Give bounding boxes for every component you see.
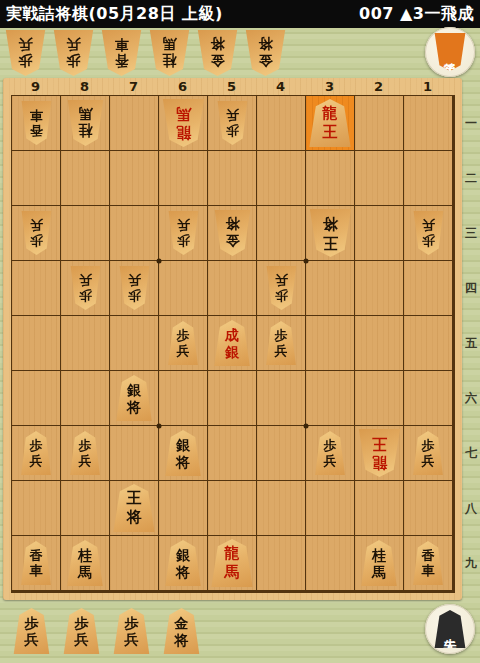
square-1六[interactable] — [404, 371, 452, 425]
piece-kanji: 将 — [259, 38, 273, 52]
square-1九[interactable]: 香車 — [404, 536, 452, 590]
piece-kanji: 歩 — [177, 234, 190, 247]
square-6二[interactable] — [159, 151, 207, 205]
gote-piece-K: 王将 — [309, 209, 352, 257]
piece-kanji: 銀 — [176, 548, 190, 562]
piece-kanji: 歩 — [422, 234, 435, 247]
piece-kanji: 成 — [225, 328, 239, 342]
square-3一[interactable]: 龍王 — [306, 96, 354, 150]
sente-piece-N: 桂馬 — [67, 540, 104, 586]
piece-kanji: 香 — [30, 124, 43, 137]
piece-kanji: 金 — [211, 55, 225, 69]
rank-labels: 一二三四五六七八九 — [462, 96, 480, 591]
square-5七[interactable] — [208, 426, 256, 480]
square-9八[interactable] — [12, 481, 60, 535]
piece-kanji: 龍 — [372, 455, 387, 470]
square-3五[interactable] — [306, 316, 354, 370]
rank-label-九: 九 — [462, 536, 480, 591]
file-label-8: 8 — [60, 78, 109, 95]
square-2五[interactable] — [355, 316, 403, 370]
piece-kanji: 将 — [176, 455, 190, 469]
square-7三[interactable] — [110, 206, 158, 260]
piece-kanji: 香 — [30, 549, 43, 562]
square-3四[interactable] — [306, 261, 354, 315]
piece-kanji: 歩 — [79, 439, 92, 452]
square-8三[interactable] — [61, 206, 109, 260]
square-6三[interactable]: 歩兵 — [159, 206, 207, 260]
piece-kanji: 兵 — [128, 274, 141, 287]
sente-piece-S: 銀将 — [165, 430, 202, 476]
sente-piece-P: 歩兵 — [315, 431, 346, 475]
piece-kanji: 車 — [422, 564, 435, 577]
piece-kanji: 兵 — [177, 219, 190, 232]
square-3六[interactable] — [306, 371, 354, 425]
piece-kanji: 将 — [225, 218, 239, 232]
square-9四[interactable] — [12, 261, 60, 315]
square-4一[interactable] — [257, 96, 305, 150]
piece-kanji: 兵 — [75, 632, 89, 646]
piece-kanji: 歩 — [25, 616, 39, 630]
piece-kanji: 兵 — [177, 344, 190, 357]
square-3七[interactable]: 歩兵 — [306, 426, 354, 480]
piece-kanji: 歩 — [30, 439, 43, 452]
sente-piece-promoted-B: 龍馬 — [211, 539, 254, 587]
file-label-2: 2 — [354, 78, 403, 95]
board-grid: 香車桂馬龍馬歩兵龍王歩兵歩兵金将王将歩兵歩兵歩兵歩兵歩兵成銀歩兵銀将歩兵歩兵銀将… — [11, 95, 455, 593]
piece-kanji: 金 — [175, 616, 189, 630]
piece-kanji: 兵 — [30, 219, 43, 232]
gote-piece-promoted-B: 龍馬 — [162, 99, 205, 147]
square-8二[interactable] — [61, 151, 109, 205]
gote-piece-P: 歩兵 — [217, 101, 248, 145]
hoshi-dot — [304, 259, 309, 264]
piece-kanji: 王 — [323, 235, 338, 250]
piece-kanji: 桂 — [78, 125, 92, 139]
gote-piece-P: 歩兵 — [413, 211, 444, 255]
square-4五[interactable]: 歩兵 — [257, 316, 305, 370]
file-label-1: 1 — [403, 78, 452, 95]
piece-kanji: 金 — [259, 55, 273, 69]
piece-kanji: 歩 — [125, 616, 139, 630]
square-6六[interactable] — [159, 371, 207, 425]
square-1五[interactable] — [404, 316, 452, 370]
hoshi-dot — [157, 424, 162, 429]
piece-kanji: 将 — [127, 510, 142, 525]
sente-piece-promoted-S: 成銀 — [214, 320, 251, 366]
square-5八[interactable] — [208, 481, 256, 535]
gote-piece-G: 金将 — [214, 210, 251, 256]
file-label-4: 4 — [256, 78, 305, 95]
gote-hand-pieces: 歩兵歩兵香車桂馬金将金将 — [5, 30, 286, 76]
square-2三[interactable] — [355, 206, 403, 260]
piece-kanji: 将 — [175, 633, 189, 647]
file-label-6: 6 — [158, 78, 207, 95]
piece-kanji: 王 — [127, 491, 142, 506]
square-4七[interactable] — [257, 426, 305, 480]
piece-kanji: 歩 — [275, 289, 288, 302]
square-5二[interactable] — [208, 151, 256, 205]
square-9七[interactable]: 歩兵 — [12, 426, 60, 480]
piece-kanji: 歩 — [422, 439, 435, 452]
piece-kanji: 馬 — [176, 106, 191, 121]
sente-hand-pieces: 歩兵歩兵歩兵金将 — [13, 608, 200, 654]
piece-kanji: 歩 — [128, 289, 141, 302]
piece-kanji: 兵 — [324, 454, 337, 467]
gote-label: 後手 — [444, 51, 457, 53]
square-6四[interactable] — [159, 261, 207, 315]
gote-piece-L[interactable]: 香車 — [101, 30, 142, 76]
square-4二[interactable] — [257, 151, 305, 205]
piece-kanji: 金 — [225, 235, 239, 249]
gote-piece-G[interactable]: 金将 — [197, 30, 238, 76]
piece-kanji: 王 — [323, 125, 338, 140]
rank-label-二: 二 — [462, 151, 480, 206]
piece-kanji: 兵 — [30, 454, 43, 467]
square-7六[interactable]: 銀将 — [110, 371, 158, 425]
gote-piece-L: 香車 — [21, 101, 52, 145]
piece-kanji: 桂 — [372, 548, 386, 562]
piece-kanji: 香 — [115, 54, 129, 68]
square-7四[interactable]: 歩兵 — [110, 261, 158, 315]
gote-piece-P: 歩兵 — [119, 266, 150, 310]
piece-kanji: 兵 — [25, 632, 39, 646]
square-6九[interactable]: 銀将 — [159, 536, 207, 590]
gote-badge-piece-icon: 後手 — [434, 33, 466, 71]
piece-kanji: 馬 — [372, 565, 386, 579]
square-2四[interactable] — [355, 261, 403, 315]
piece-kanji: 将 — [323, 216, 338, 231]
square-3九[interactable] — [306, 536, 354, 590]
square-9二[interactable] — [12, 151, 60, 205]
piece-kanji: 兵 — [125, 632, 139, 646]
square-7九[interactable] — [110, 536, 158, 590]
sente-piece-P[interactable]: 歩兵 — [113, 608, 150, 654]
square-5三[interactable]: 金将 — [208, 206, 256, 260]
square-9五[interactable] — [12, 316, 60, 370]
sente-piece-L: 香車 — [21, 541, 52, 585]
sente-piece-G[interactable]: 金将 — [163, 608, 200, 654]
piece-kanji: 車 — [30, 109, 43, 122]
file-labels: 987654321 — [11, 78, 453, 95]
square-2七[interactable]: 龍王 — [355, 426, 403, 480]
square-2九[interactable]: 桂馬 — [355, 536, 403, 590]
sente-badge: 先手 — [425, 604, 475, 654]
file-label-9: 9 — [11, 78, 60, 95]
move-counter-and-last-move: 007 ▲3一飛成 — [359, 4, 474, 25]
square-8九[interactable]: 桂馬 — [61, 536, 109, 590]
square-4八[interactable] — [257, 481, 305, 535]
square-8七[interactable]: 歩兵 — [61, 426, 109, 480]
piece-kanji: 兵 — [67, 38, 81, 52]
square-2六[interactable] — [355, 371, 403, 425]
file-label-3: 3 — [305, 78, 354, 95]
square-3八[interactable] — [306, 481, 354, 535]
gote-piece-promoted-R: 龍王 — [358, 429, 401, 477]
gote-piece-P: 歩兵 — [266, 266, 297, 310]
piece-kanji: 兵 — [275, 274, 288, 287]
sente-piece-P[interactable]: 歩兵 — [63, 608, 100, 654]
piece-kanji: 王 — [372, 436, 387, 451]
piece-kanji: 龍 — [176, 125, 191, 140]
square-8五[interactable] — [61, 316, 109, 370]
gote-badge: 後手 — [425, 27, 475, 77]
piece-kanji: 歩 — [324, 439, 337, 452]
square-4四[interactable]: 歩兵 — [257, 261, 305, 315]
square-7七[interactable] — [110, 426, 158, 480]
square-6七[interactable]: 銀将 — [159, 426, 207, 480]
gote-piece-P: 歩兵 — [168, 211, 199, 255]
square-3二[interactable] — [306, 151, 354, 205]
sente-piece-promoted-R: 龍王 — [309, 99, 352, 147]
square-5五[interactable]: 成銀 — [208, 316, 256, 370]
sente-piece-P: 歩兵 — [168, 321, 199, 365]
square-7五[interactable] — [110, 316, 158, 370]
piece-kanji: 歩 — [79, 289, 92, 302]
piece-kanji: 銀 — [127, 383, 141, 397]
square-2二[interactable] — [355, 151, 403, 205]
rank-label-四: 四 — [462, 261, 480, 316]
hoshi-dot — [157, 259, 162, 264]
square-1三[interactable]: 歩兵 — [404, 206, 452, 260]
sente-piece-P: 歩兵 — [413, 431, 444, 475]
sente-piece-L: 香車 — [413, 541, 444, 585]
piece-kanji: 兵 — [79, 274, 92, 287]
gote-piece-P: 歩兵 — [70, 266, 101, 310]
app-title: 実戦詰将棋(05月28日 上級) — [6, 4, 223, 25]
hoshi-dot — [304, 424, 309, 429]
rank-label-五: 五 — [462, 316, 480, 371]
square-8八[interactable] — [61, 481, 109, 535]
piece-kanji: 銀 — [176, 438, 190, 452]
square-4三[interactable] — [257, 206, 305, 260]
piece-kanji: 兵 — [275, 344, 288, 357]
piece-kanji: 兵 — [226, 109, 239, 122]
piece-kanji: 馬 — [225, 565, 240, 580]
square-6八[interactable] — [159, 481, 207, 535]
piece-kanji: 兵 — [19, 38, 33, 52]
sente-piece-S: 銀将 — [165, 540, 202, 586]
sente-piece-P: 歩兵 — [21, 431, 52, 475]
square-1七[interactable]: 歩兵 — [404, 426, 452, 480]
piece-kanji: 歩 — [19, 54, 33, 68]
gote-piece-P[interactable]: 歩兵 — [5, 30, 46, 76]
sente-piece-S: 銀将 — [116, 375, 153, 421]
file-label-5: 5 — [207, 78, 256, 95]
piece-kanji: 桂 — [78, 548, 92, 562]
gote-piece-G[interactable]: 金将 — [245, 30, 286, 76]
square-6一[interactable]: 龍馬 — [159, 96, 207, 150]
square-8一[interactable]: 桂馬 — [61, 96, 109, 150]
sente-piece-N: 桂馬 — [361, 540, 398, 586]
sente-piece-P[interactable]: 歩兵 — [13, 608, 50, 654]
gote-piece-N: 桂馬 — [67, 100, 104, 146]
rank-label-三: 三 — [462, 206, 480, 261]
piece-kanji: 歩 — [275, 329, 288, 342]
square-2一[interactable] — [355, 96, 403, 150]
gote-piece-P: 歩兵 — [21, 211, 52, 255]
square-7一[interactable] — [110, 96, 158, 150]
piece-kanji: 馬 — [163, 38, 177, 52]
piece-kanji: 歩 — [75, 616, 89, 630]
square-5一[interactable]: 歩兵 — [208, 96, 256, 150]
square-3三[interactable]: 王将 — [306, 206, 354, 260]
sente-piece-P: 歩兵 — [70, 431, 101, 475]
rank-label-六: 六 — [462, 371, 480, 426]
square-4九[interactable] — [257, 536, 305, 590]
piece-kanji: 香 — [422, 549, 435, 562]
square-7八[interactable]: 王将 — [110, 481, 158, 535]
piece-kanji: 歩 — [226, 124, 239, 137]
piece-kanji: 歩 — [67, 54, 81, 68]
rank-label-一: 一 — [462, 96, 480, 151]
shogi-board: 987654321 香車桂馬龍馬歩兵龍王歩兵歩兵金将王将歩兵歩兵歩兵歩兵歩兵成銀… — [3, 78, 462, 600]
piece-kanji: 馬 — [78, 565, 92, 579]
sente-label: 先手 — [444, 628, 457, 630]
rank-label-七: 七 — [462, 426, 480, 481]
square-4六[interactable] — [257, 371, 305, 425]
piece-kanji: 将 — [127, 400, 141, 414]
square-5六[interactable] — [208, 371, 256, 425]
square-1四[interactable] — [404, 261, 452, 315]
square-2八[interactable] — [355, 481, 403, 535]
square-8六[interactable] — [61, 371, 109, 425]
gote-piece-P[interactable]: 歩兵 — [53, 30, 94, 76]
piece-kanji: 車 — [30, 564, 43, 577]
piece-kanji: 将 — [211, 38, 225, 52]
square-1一[interactable] — [404, 96, 452, 150]
piece-kanji: 将 — [176, 565, 190, 579]
square-9六[interactable] — [12, 371, 60, 425]
square-9九[interactable]: 香車 — [12, 536, 60, 590]
rank-label-八: 八 — [462, 481, 480, 536]
piece-kanji: 兵 — [79, 454, 92, 467]
piece-kanji: 歩 — [177, 329, 190, 342]
piece-kanji: 車 — [115, 38, 129, 52]
piece-kanji: 龍 — [225, 546, 240, 561]
piece-kanji: 龍 — [323, 106, 338, 121]
square-1二[interactable] — [404, 151, 452, 205]
square-5四[interactable] — [208, 261, 256, 315]
square-9三[interactable]: 歩兵 — [12, 206, 60, 260]
title-bar: 実戦詰将棋(05月28日 上級) 007 ▲3一飛成 — [0, 0, 480, 28]
piece-kanji: 歩 — [30, 234, 43, 247]
square-6五[interactable]: 歩兵 — [159, 316, 207, 370]
piece-kanji: 桂 — [163, 55, 177, 69]
sente-piece-P: 歩兵 — [266, 321, 297, 365]
gote-piece-N[interactable]: 桂馬 — [149, 30, 190, 76]
square-5九[interactable]: 龍馬 — [208, 536, 256, 590]
piece-kanji: 銀 — [225, 345, 239, 359]
piece-kanji: 兵 — [422, 454, 435, 467]
sente-piece-K: 王将 — [113, 484, 156, 532]
square-1八[interactable] — [404, 481, 452, 535]
file-label-7: 7 — [109, 78, 158, 95]
square-7二[interactable] — [110, 151, 158, 205]
square-8四[interactable]: 歩兵 — [61, 261, 109, 315]
square-9一[interactable]: 香車 — [12, 96, 60, 150]
piece-kanji: 馬 — [78, 108, 92, 122]
piece-kanji: 兵 — [422, 219, 435, 232]
sente-badge-piece-icon: 先手 — [434, 610, 466, 648]
